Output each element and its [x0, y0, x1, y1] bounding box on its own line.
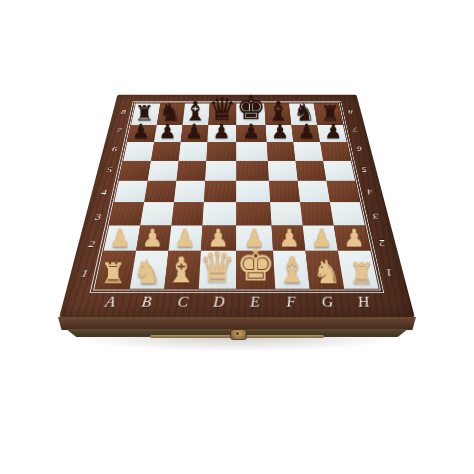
- square-g5: [295, 161, 326, 181]
- piece-white-bishop: ♝: [276, 254, 308, 288]
- square-b7: ♟: [154, 125, 183, 142]
- piece-white-knight: ♞: [312, 256, 341, 287]
- square-e7: ♟: [236, 125, 267, 142]
- file-label-h: H: [343, 289, 385, 318]
- file-label-d: D: [200, 289, 237, 318]
- square-c6: [179, 142, 208, 161]
- square-e6: [236, 142, 268, 161]
- square-c4: [174, 181, 205, 203]
- file-label-b: B: [126, 289, 166, 318]
- piece-white-pawn: ♟: [174, 227, 196, 250]
- square-d6: [206, 142, 236, 161]
- square-c1: ♝: [164, 251, 201, 289]
- file-label-c: C: [163, 289, 202, 318]
- square-h6: [320, 142, 351, 161]
- piece-white-king: ♚: [236, 245, 275, 287]
- square-d5: [205, 161, 236, 181]
- square-e5: [236, 161, 269, 181]
- rank-label-right-5: 5: [350, 159, 379, 181]
- piece-black-pawn: ♟: [324, 122, 342, 141]
- square-d4: [204, 181, 236, 203]
- product-photo-scene: 87654321 87654321 ABCDEFGH ♜♞♝♛♚♝♞♜♟♟♟♟♟…: [0, 0, 474, 474]
- square-b3: [140, 202, 174, 225]
- square-f5: [268, 161, 298, 181]
- square-a1: ♜: [95, 251, 136, 289]
- square-b4: [144, 181, 176, 203]
- square-g6: [293, 142, 323, 161]
- square-a3: [109, 202, 144, 225]
- piece-black-pawn: ♟: [298, 122, 316, 141]
- piece-white-rook: ♜: [100, 260, 126, 287]
- square-f3: [270, 202, 303, 225]
- rank-label-right-4: 4: [355, 181, 385, 204]
- perspective-wrapper: 87654321 87654321 ABCDEFGH ♜♞♝♛♚♝♞♜♟♟♟♟♟…: [0, 0, 474, 474]
- square-a7: ♟: [127, 125, 157, 142]
- piece-black-pawn: ♟: [271, 122, 289, 141]
- piece-white-pawn: ♟: [278, 227, 300, 250]
- piece-white-queen: ♛: [199, 248, 236, 287]
- piece-white-pawn: ♟: [142, 227, 164, 250]
- square-d7: ♟: [207, 125, 236, 142]
- square-d1: ♛: [199, 251, 236, 289]
- square-h4: [326, 181, 359, 203]
- square-e1: ♚: [236, 251, 275, 289]
- square-a2: ♟: [104, 226, 141, 251]
- rank-label-right-2: 2: [366, 230, 399, 258]
- square-h7: ♟: [317, 125, 347, 142]
- square-g4: [298, 181, 330, 203]
- square-h5: [323, 161, 355, 181]
- board-squares: ♜♞♝♛♚♝♞♜♟♟♟♟♟♟♟♟♟♟♟♟♟♟♟♟♜♞♝♛♚♝♞♜: [95, 103, 378, 288]
- rank-label-right-3: 3: [360, 204, 392, 230]
- piece-black-pawn: ♟: [185, 122, 203, 141]
- file-label-e: E: [237, 289, 274, 318]
- square-f1: ♝: [273, 251, 310, 289]
- square-g1: ♞: [305, 251, 344, 289]
- square-c5: [176, 161, 206, 181]
- piece-white-pawn: ♟: [109, 227, 131, 250]
- square-c3: [171, 202, 204, 225]
- rank-label-right-7: 7: [342, 121, 368, 139]
- square-b2: ♟: [136, 226, 171, 251]
- square-b5: [148, 161, 179, 181]
- file-label-a: A: [89, 289, 131, 318]
- piece-white-pawn: ♟: [343, 227, 365, 250]
- file-label-f: F: [272, 289, 311, 318]
- piece-black-pawn: ♟: [132, 122, 150, 141]
- ground-shadow: [70, 336, 404, 352]
- square-f6: [267, 142, 296, 161]
- chess-board: 87654321 87654321 ABCDEFGH ♜♞♝♛♚♝♞♜♟♟♟♟♟…: [59, 95, 415, 318]
- piece-white-knight: ♞: [133, 256, 162, 287]
- square-d3: [203, 202, 236, 225]
- file-labels-bottom: ABCDEFGH: [89, 289, 385, 318]
- square-g3: [300, 202, 334, 225]
- square-e4: [236, 181, 270, 203]
- piece-white-pawn: ♟: [311, 227, 333, 250]
- square-f2: ♟: [271, 226, 305, 251]
- rank-label-right-6: 6: [346, 139, 373, 159]
- piece-white-bishop: ♝: [166, 254, 198, 288]
- piece-black-pawn: ♟: [158, 122, 176, 141]
- piece-black-pawn: ♟: [213, 122, 231, 141]
- piece-black-pawn: ♟: [242, 122, 260, 141]
- file-label-g: G: [308, 289, 348, 318]
- square-e3: [236, 202, 272, 225]
- square-c7: ♟: [181, 125, 209, 142]
- square-c2: ♟: [169, 226, 203, 251]
- square-g7: ♟: [291, 125, 320, 142]
- square-f7: ♟: [266, 125, 294, 142]
- square-b1: ♞: [130, 251, 169, 289]
- piece-white-rook: ♜: [348, 260, 374, 287]
- square-b6: [151, 142, 181, 161]
- square-a5: [119, 161, 151, 181]
- rank-label-right-1: 1: [372, 258, 407, 289]
- square-g2: ♟: [303, 226, 338, 251]
- rank-label-right-8: 8: [338, 103, 363, 120]
- square-a6: [123, 142, 154, 161]
- square-a4: [114, 181, 147, 203]
- square-f4: [269, 181, 300, 203]
